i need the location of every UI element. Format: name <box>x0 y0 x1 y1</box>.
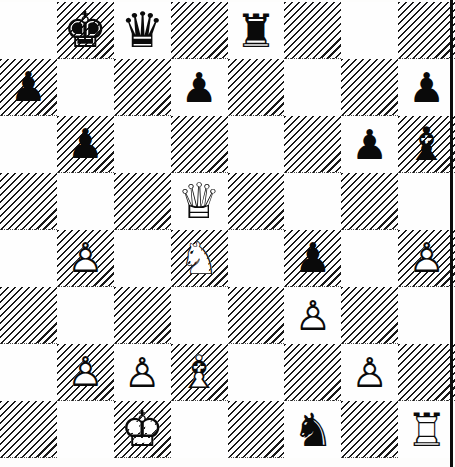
square-c4[interactable] <box>114 230 171 287</box>
white-rook-fill: ♜ <box>398 401 455 458</box>
square-g7[interactable] <box>341 59 398 116</box>
square-f4[interactable]: ♟ <box>284 230 341 287</box>
white-king-fill: ♚ <box>114 401 171 457</box>
black-queen-piece: ♛ <box>114 2 171 59</box>
square-a5[interactable] <box>0 173 57 230</box>
square-c3[interactable] <box>114 287 171 344</box>
square-d7[interactable]: ♟ <box>171 59 228 116</box>
square-h8[interactable] <box>398 2 455 59</box>
square-d8[interactable] <box>171 2 228 59</box>
square-g6[interactable]: ♟ <box>341 116 398 173</box>
white-pawn-glyph: ♙ <box>57 344 114 400</box>
black-bishop-piece: ♝ <box>398 116 455 172</box>
white-queen-piece: ♛♕ <box>171 173 228 230</box>
white-knight-fill: ♞ <box>171 230 228 286</box>
square-b5[interactable] <box>57 173 114 230</box>
square-b7[interactable] <box>57 59 114 116</box>
square-b3[interactable] <box>57 287 114 344</box>
black-pawn-piece: ♟ <box>171 59 228 116</box>
square-a4[interactable] <box>0 230 57 287</box>
white-pawn-fill: ♟ <box>341 344 398 401</box>
white-pawn-glyph: ♙ <box>341 344 398 401</box>
white-pawn-fill: ♟ <box>398 230 455 286</box>
square-g3[interactable] <box>341 287 398 344</box>
square-a8[interactable] <box>0 2 57 59</box>
black-pawn-piece: ♟ <box>398 59 455 116</box>
square-c5[interactable] <box>114 173 171 230</box>
square-f7[interactable] <box>284 59 341 116</box>
white-bishop-glyph: ♗ <box>171 344 228 400</box>
square-g1[interactable] <box>341 401 398 458</box>
square-a6[interactable] <box>0 116 57 173</box>
white-pawn-fill: ♟ <box>114 344 171 401</box>
black-rook-piece: ♜ <box>228 2 285 59</box>
paper-margin <box>0 458 455 467</box>
square-f3[interactable]: ♟♙ <box>284 287 341 344</box>
square-c2[interactable]: ♟♙ <box>114 344 171 401</box>
square-h4[interactable]: ♟♙ <box>398 230 455 287</box>
square-g8[interactable] <box>341 2 398 59</box>
black-bishop-glyph: ♝ <box>398 116 455 172</box>
square-e7[interactable] <box>228 59 285 116</box>
white-pawn-piece: ♟♙ <box>57 230 114 286</box>
square-g4[interactable] <box>341 230 398 287</box>
white-knight-piece: ♞♘ <box>171 230 228 286</box>
square-c7[interactable] <box>114 59 171 116</box>
square-h2[interactable] <box>398 344 455 401</box>
white-pawn-piece: ♟♙ <box>284 287 341 344</box>
white-pawn-fill: ♟ <box>284 287 341 344</box>
white-rook-glyph: ♖ <box>398 401 455 458</box>
white-pawn-glyph: ♙ <box>57 230 114 286</box>
white-pawn-glyph: ♙ <box>114 344 171 401</box>
square-b8[interactable]: ♚ <box>57 2 114 59</box>
white-pawn-piece: ♟♙ <box>114 344 171 401</box>
black-pawn-glyph: ♟ <box>341 116 398 173</box>
square-e3[interactable] <box>228 287 285 344</box>
square-c6[interactable] <box>114 116 171 173</box>
square-e4[interactable] <box>228 230 285 287</box>
white-bishop-fill: ♝ <box>171 344 228 400</box>
square-f6[interactable] <box>284 116 341 173</box>
white-queen-glyph: ♕ <box>171 173 228 230</box>
square-c1[interactable]: ♚♔ <box>114 401 171 458</box>
white-pawn-fill: ♟ <box>57 344 114 400</box>
black-pawn-glyph: ♟ <box>0 59 57 115</box>
white-pawn-piece: ♟♙ <box>57 344 114 400</box>
square-g2[interactable]: ♟♙ <box>341 344 398 401</box>
square-g5[interactable] <box>341 173 398 230</box>
square-d3[interactable] <box>171 287 228 344</box>
square-d5[interactable]: ♛♕ <box>171 173 228 230</box>
black-pawn-glyph: ♟ <box>398 59 455 116</box>
white-queen-fill: ♛ <box>171 173 228 230</box>
black-king-glyph: ♚ <box>57 2 114 58</box>
black-king-piece: ♚ <box>57 2 114 58</box>
square-a2[interactable] <box>0 344 57 401</box>
chess-board: ♚♛♜♟♟♟♟♟♝♛♕♟♙♞♘♟♟♙♟♙♟♙♟♙♝♗♟♙♚♔♞♜♖ <box>0 2 455 458</box>
black-rook-glyph: ♜ <box>228 2 285 59</box>
square-b1[interactable] <box>57 401 114 458</box>
white-pawn-glyph: ♙ <box>284 287 341 344</box>
square-e2[interactable] <box>228 344 285 401</box>
black-pawn-glyph: ♟ <box>171 59 228 116</box>
white-knight-glyph: ♘ <box>171 230 228 286</box>
black-knight-glyph: ♞ <box>284 401 341 458</box>
white-pawn-piece: ♟♙ <box>341 344 398 401</box>
square-c8[interactable]: ♛ <box>114 2 171 59</box>
square-d2[interactable]: ♝♗ <box>171 344 228 401</box>
black-queen-glyph: ♛ <box>114 2 171 59</box>
black-pawn-piece: ♟ <box>0 59 57 115</box>
square-d1[interactable] <box>171 401 228 458</box>
square-a7[interactable]: ♟ <box>0 59 57 116</box>
black-pawn-glyph: ♟ <box>284 230 341 286</box>
square-b4[interactable]: ♟♙ <box>57 230 114 287</box>
white-pawn-piece: ♟♙ <box>398 230 455 286</box>
square-b2[interactable]: ♟♙ <box>57 344 114 401</box>
square-f5[interactable] <box>284 173 341 230</box>
square-h3[interactable] <box>398 287 455 344</box>
black-knight-piece: ♞ <box>284 401 341 458</box>
white-pawn-fill: ♟ <box>57 230 114 286</box>
square-f8[interactable] <box>284 2 341 59</box>
square-a1[interactable] <box>0 401 57 458</box>
white-king-piece: ♚♔ <box>114 401 171 457</box>
white-rook-piece: ♜♖ <box>398 401 455 458</box>
white-king-glyph: ♔ <box>114 401 171 457</box>
square-e8[interactable]: ♜ <box>228 2 285 59</box>
square-e6[interactable] <box>228 116 285 173</box>
white-pawn-glyph: ♙ <box>398 230 455 286</box>
square-b6[interactable]: ♟ <box>57 116 114 173</box>
square-h5[interactable] <box>398 173 455 230</box>
square-f2[interactable] <box>284 344 341 401</box>
square-e1[interactable] <box>228 401 285 458</box>
black-pawn-piece: ♟ <box>341 116 398 173</box>
square-a3[interactable] <box>0 287 57 344</box>
square-d6[interactable] <box>171 116 228 173</box>
chess-diagram: ♚♛♜♟♟♟♟♟♝♛♕♟♙♞♘♟♟♙♟♙♟♙♟♙♝♗♟♙♚♔♞♜♖ <box>0 0 455 467</box>
square-d4[interactable]: ♞♘ <box>171 230 228 287</box>
square-f1[interactable]: ♞ <box>284 401 341 458</box>
square-h7[interactable]: ♟ <box>398 59 455 116</box>
diagram-right-border <box>450 0 453 467</box>
black-pawn-piece: ♟ <box>57 116 114 172</box>
black-pawn-piece: ♟ <box>284 230 341 286</box>
black-pawn-glyph: ♟ <box>57 116 114 172</box>
square-h1[interactable]: ♜♖ <box>398 401 455 458</box>
white-bishop-piece: ♝♗ <box>171 344 228 400</box>
square-e5[interactable] <box>228 173 285 230</box>
square-h6[interactable]: ♝ <box>398 116 455 173</box>
